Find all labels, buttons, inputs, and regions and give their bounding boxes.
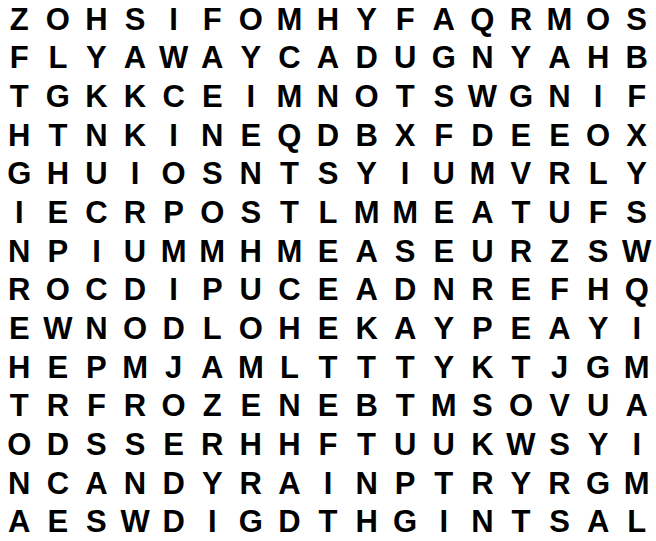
grid-cell-r7c7[interactable]: H [232,232,271,271]
grid-cell-r6c1[interactable]: I [0,193,39,232]
grid-cell-r8c15[interactable]: F [540,270,579,309]
grid-cell-r6c11[interactable]: M [386,193,425,232]
grid-cell-r7c13[interactable]: U [463,232,502,271]
grid-cell-r1c15[interactable]: M [540,0,579,39]
grid-cell-r12c3[interactable]: S [77,425,116,464]
grid-cell-r10c10[interactable]: T [347,348,386,387]
grid-cell-r10c6[interactable]: A [193,348,232,387]
grid-cell-r1c14[interactable]: R [502,0,541,39]
grid-cell-r1c17[interactable]: S [617,0,656,39]
grid-cell-r14c4[interactable]: W [116,502,155,541]
grid-cell-r12c4[interactable]: S [116,425,155,464]
grid-cell-r5c11[interactable]: I [386,155,425,194]
grid-cell-r8c7[interactable]: U [232,270,271,309]
grid-cell-r5c5[interactable]: O [154,155,193,194]
grid-cell-r9c15[interactable]: A [540,309,579,348]
grid-cell-r11c7[interactable]: E [232,386,271,425]
grid-cell-r12c1[interactable]: O [0,425,39,464]
grid-cell-r14c10[interactable]: H [347,502,386,541]
grid-cell-r10c14[interactable]: T [502,348,541,387]
grid-cell-r12c16[interactable]: Y [579,425,618,464]
grid-cell-r12c12[interactable]: U [424,425,463,464]
grid-cell-r2c15[interactable]: A [540,39,579,78]
grid-cell-r1c5[interactable]: I [154,0,193,39]
grid-cell-r2c12[interactable]: G [424,39,463,78]
grid-cell-r9c12[interactable]: Y [424,309,463,348]
grid-cell-r8c6[interactable]: P [193,270,232,309]
grid-cell-r2c11[interactable]: U [386,39,425,78]
grid-cell-r1c13[interactable]: Q [463,0,502,39]
grid-cell-r9c2[interactable]: W [39,309,78,348]
grid-cell-r10c1[interactable]: H [0,348,39,387]
grid-cell-r3c13[interactable]: W [463,77,502,116]
grid-cell-r4c14[interactable]: E [502,116,541,155]
grid-cell-r2c1[interactable]: F [0,39,39,78]
grid-cell-r2c8[interactable]: C [270,39,309,78]
grid-cell-r10c9[interactable]: T [309,348,348,387]
grid-cell-r3c5[interactable]: C [154,77,193,116]
grid-cell-r8c3[interactable]: C [77,270,116,309]
grid-cell-r11c1[interactable]: T [0,386,39,425]
grid-cell-r13c4[interactable]: N [116,464,155,503]
grid-cell-r8c13[interactable]: R [463,270,502,309]
grid-cell-r4c5[interactable]: I [154,116,193,155]
grid-cell-r3c3[interactable]: K [77,77,116,116]
grid-cell-r5c1[interactable]: G [0,155,39,194]
grid-cell-r8c2[interactable]: O [39,270,78,309]
grid-cell-r6c7[interactable]: S [232,193,271,232]
grid-cell-r7c6[interactable]: M [193,232,232,271]
grid-cell-r8c1[interactable]: R [0,270,39,309]
grid-cell-r4c13[interactable]: D [463,116,502,155]
grid-cell-r8c11[interactable]: D [386,270,425,309]
grid-cell-r8c9[interactable]: E [309,270,348,309]
grid-cell-r13c8[interactable]: A [270,464,309,503]
grid-cell-r2c2[interactable]: L [39,39,78,78]
grid-cell-r6c6[interactable]: O [193,193,232,232]
grid-cell-r3c11[interactable]: T [386,77,425,116]
grid-cell-r14c7[interactable]: G [232,502,271,541]
grid-cell-r13c5[interactable]: D [154,464,193,503]
grid-cell-r10c11[interactable]: T [386,348,425,387]
grid-cell-r11c6[interactable]: Z [193,386,232,425]
grid-cell-r12c10[interactable]: T [347,425,386,464]
grid-cell-r10c8[interactable]: L [270,348,309,387]
grid-cell-r9c6[interactable]: L [193,309,232,348]
grid-cell-r3c8[interactable]: M [270,77,309,116]
grid-cell-r11c14[interactable]: O [502,386,541,425]
grid-cell-r1c4[interactable]: S [116,0,155,39]
grid-cell-r8c17[interactable]: Q [617,270,656,309]
grid-cell-r13c1[interactable]: N [0,464,39,503]
grid-cell-r10c12[interactable]: Y [424,348,463,387]
grid-cell-r11c13[interactable]: S [463,386,502,425]
grid-cell-r3c7[interactable]: I [232,77,271,116]
grid-cell-r11c17[interactable]: A [617,386,656,425]
grid-cell-r2c10[interactable]: D [347,39,386,78]
grid-cell-r14c8[interactable]: D [270,502,309,541]
grid-cell-r14c11[interactable]: G [386,502,425,541]
grid-cell-r6c3[interactable]: C [77,193,116,232]
grid-cell-r13c7[interactable]: R [232,464,271,503]
grid-cell-r13c11[interactable]: P [386,464,425,503]
grid-cell-r6c12[interactable]: E [424,193,463,232]
grid-cell-r6c14[interactable]: T [502,193,541,232]
grid-cell-r12c15[interactable]: S [540,425,579,464]
grid-cell-r5c9[interactable]: S [309,155,348,194]
grid-cell-r10c5[interactable]: J [154,348,193,387]
grid-cell-r3c14[interactable]: G [502,77,541,116]
grid-cell-r7c15[interactable]: Z [540,232,579,271]
grid-cell-r1c11[interactable]: F [386,0,425,39]
grid-cell-r14c13[interactable]: N [463,502,502,541]
grid-cell-r12c13[interactable]: K [463,425,502,464]
grid-cell-r7c17[interactable]: W [617,232,656,271]
grid-cell-r2c7[interactable]: Y [232,39,271,78]
grid-cell-r1c3[interactable]: H [77,0,116,39]
grid-cell-r11c10[interactable]: B [347,386,386,425]
grid-cell-r4c8[interactable]: Q [270,116,309,155]
grid-cell-r13c3[interactable]: A [77,464,116,503]
grid-cell-r6c4[interactable]: R [116,193,155,232]
grid-cell-r7c5[interactable]: M [154,232,193,271]
grid-cell-r10c16[interactable]: G [579,348,618,387]
grid-cell-r14c17[interactable]: L [617,502,656,541]
grid-cell-r14c2[interactable]: E [39,502,78,541]
grid-cell-r11c16[interactable]: U [579,386,618,425]
grid-cell-r7c10[interactable]: A [347,232,386,271]
grid-cell-r4c7[interactable]: E [232,116,271,155]
grid-cell-r5c10[interactable]: Y [347,155,386,194]
grid-cell-r7c2[interactable]: P [39,232,78,271]
grid-cell-r5c17[interactable]: Y [617,155,656,194]
grid-cell-r3c6[interactable]: E [193,77,232,116]
grid-cell-r1c2[interactable]: O [39,0,78,39]
grid-cell-r7c12[interactable]: E [424,232,463,271]
grid-cell-r6c9[interactable]: L [309,193,348,232]
grid-cell-r13c15[interactable]: R [540,464,579,503]
grid-cell-r10c4[interactable]: M [116,348,155,387]
grid-cell-r4c10[interactable]: B [347,116,386,155]
grid-cell-r1c6[interactable]: F [193,0,232,39]
grid-cell-r14c9[interactable]: T [309,502,348,541]
grid-cell-r13c16[interactable]: G [579,464,618,503]
grid-cell-r2c17[interactable]: B [617,39,656,78]
grid-cell-r14c1[interactable]: A [0,502,39,541]
grid-cell-r6c5[interactable]: P [154,193,193,232]
grid-cell-r7c14[interactable]: R [502,232,541,271]
grid-cell-r1c16[interactable]: O [579,0,618,39]
grid-cell-r14c6[interactable]: I [193,502,232,541]
grid-cell-r9c8[interactable]: H [270,309,309,348]
grid-cell-r2c4[interactable]: A [116,39,155,78]
grid-cell-r12c11[interactable]: U [386,425,425,464]
grid-cell-r8c14[interactable]: E [502,270,541,309]
grid-cell-r12c17[interactable]: I [617,425,656,464]
grid-cell-r11c15[interactable]: V [540,386,579,425]
grid-cell-r4c2[interactable]: T [39,116,78,155]
grid-cell-r1c7[interactable]: O [232,0,271,39]
grid-cell-r2c5[interactable]: W [154,39,193,78]
grid-cell-r5c8[interactable]: T [270,155,309,194]
grid-cell-r2c6[interactable]: A [193,39,232,78]
grid-cell-r11c5[interactable]: O [154,386,193,425]
grid-cell-r14c15[interactable]: S [540,502,579,541]
grid-cell-r6c16[interactable]: F [579,193,618,232]
grid-cell-r3c15[interactable]: N [540,77,579,116]
grid-cell-r14c5[interactable]: D [154,502,193,541]
grid-cell-r8c8[interactable]: C [270,270,309,309]
grid-cell-r8c16[interactable]: H [579,270,618,309]
grid-cell-r13c10[interactable]: N [347,464,386,503]
grid-cell-r12c7[interactable]: H [232,425,271,464]
grid-cell-r3c4[interactable]: K [116,77,155,116]
grid-cell-r6c8[interactable]: T [270,193,309,232]
grid-cell-r13c9[interactable]: I [309,464,348,503]
grid-cell-r4c11[interactable]: X [386,116,425,155]
grid-cell-r11c8[interactable]: N [270,386,309,425]
grid-cell-r10c13[interactable]: K [463,348,502,387]
grid-cell-r7c4[interactable]: U [116,232,155,271]
grid-cell-r3c17[interactable]: F [617,77,656,116]
grid-cell-r9c3[interactable]: N [77,309,116,348]
grid-cell-r3c12[interactable]: S [424,77,463,116]
grid-cell-r5c4[interactable]: I [116,155,155,194]
grid-cell-r8c4[interactable]: D [116,270,155,309]
grid-cell-r4c1[interactable]: H [0,116,39,155]
grid-cell-r1c8[interactable]: M [270,0,309,39]
grid-cell-r13c2[interactable]: C [39,464,78,503]
grid-cell-r5c16[interactable]: L [579,155,618,194]
grid-cell-r8c10[interactable]: A [347,270,386,309]
grid-cell-r10c2[interactable]: E [39,348,78,387]
grid-cell-r12c5[interactable]: E [154,425,193,464]
grid-cell-r2c14[interactable]: Y [502,39,541,78]
grid-cell-r11c3[interactable]: F [77,386,116,425]
grid-cell-r7c16[interactable]: S [579,232,618,271]
grid-cell-r5c6[interactable]: S [193,155,232,194]
grid-cell-r5c2[interactable]: H [39,155,78,194]
grid-cell-r7c8[interactable]: M [270,232,309,271]
grid-cell-r12c8[interactable]: H [270,425,309,464]
grid-cell-r2c3[interactable]: Y [77,39,116,78]
grid-cell-r12c9[interactable]: F [309,425,348,464]
grid-cell-r9c16[interactable]: Y [579,309,618,348]
grid-cell-r9c13[interactable]: P [463,309,502,348]
grid-cell-r3c10[interactable]: O [347,77,386,116]
grid-cell-r3c2[interactable]: G [39,77,78,116]
grid-cell-r1c10[interactable]: Y [347,0,386,39]
grid-cell-r6c17[interactable]: S [617,193,656,232]
grid-cell-r10c17[interactable]: M [617,348,656,387]
grid-cell-r9c14[interactable]: E [502,309,541,348]
grid-cell-r1c1[interactable]: Z [0,0,39,39]
grid-cell-r5c13[interactable]: M [463,155,502,194]
grid-cell-r9c7[interactable]: O [232,309,271,348]
grid-cell-r11c4[interactable]: R [116,386,155,425]
grid-cell-r4c4[interactable]: K [116,116,155,155]
grid-cell-r1c9[interactable]: H [309,0,348,39]
grid-cell-r4c16[interactable]: O [579,116,618,155]
grid-cell-r3c9[interactable]: N [309,77,348,116]
grid-cell-r13c6[interactable]: Y [193,464,232,503]
grid-cell-r8c12[interactable]: N [424,270,463,309]
grid-cell-r4c15[interactable]: E [540,116,579,155]
grid-cell-r7c3[interactable]: I [77,232,116,271]
grid-cell-r12c14[interactable]: W [502,425,541,464]
grid-cell-r2c9[interactable]: A [309,39,348,78]
grid-cell-r9c11[interactable]: A [386,309,425,348]
grid-cell-r7c1[interactable]: N [0,232,39,271]
grid-cell-r14c16[interactable]: A [579,502,618,541]
grid-cell-r13c12[interactable]: T [424,464,463,503]
grid-cell-r4c12[interactable]: F [424,116,463,155]
grid-cell-r11c12[interactable]: M [424,386,463,425]
grid-cell-r3c16[interactable]: I [579,77,618,116]
grid-cell-r5c15[interactable]: R [540,155,579,194]
grid-cell-r12c6[interactable]: R [193,425,232,464]
grid-cell-r6c13[interactable]: A [463,193,502,232]
grid-cell-r2c16[interactable]: H [579,39,618,78]
grid-cell-r10c15[interactable]: J [540,348,579,387]
grid-cell-r4c3[interactable]: N [77,116,116,155]
grid-cell-r9c9[interactable]: E [309,309,348,348]
grid-cell-r9c1[interactable]: E [0,309,39,348]
grid-cell-r11c2[interactable]: R [39,386,78,425]
grid-cell-r9c10[interactable]: K [347,309,386,348]
grid-cell-r9c17[interactable]: I [617,309,656,348]
grid-cell-r4c6[interactable]: N [193,116,232,155]
grid-cell-r7c11[interactable]: S [386,232,425,271]
grid-cell-r13c14[interactable]: Y [502,464,541,503]
grid-cell-r7c9[interactable]: E [309,232,348,271]
grid-cell-r14c14[interactable]: T [502,502,541,541]
grid-cell-r6c15[interactable]: U [540,193,579,232]
grid-cell-r11c11[interactable]: T [386,386,425,425]
grid-cell-r13c17[interactable]: M [617,464,656,503]
grid-cell-r4c9[interactable]: D [309,116,348,155]
grid-cell-r4c17[interactable]: X [617,116,656,155]
grid-cell-r10c7[interactable]: M [232,348,271,387]
grid-cell-r6c2[interactable]: E [39,193,78,232]
grid-cell-r9c5[interactable]: D [154,309,193,348]
word-search-grid: ZOHSIFOMHYFAQRMOSFLYAWAYCADUGNYAHBTGKKCE… [0,0,656,541]
grid-cell-r12c2[interactable]: D [39,425,78,464]
grid-cell-r6c10[interactable]: M [347,193,386,232]
grid-cell-r14c12[interactable]: I [424,502,463,541]
grid-cell-r14c3[interactable]: S [77,502,116,541]
grid-cell-r8c5[interactable]: I [154,270,193,309]
grid-cell-r5c3[interactable]: U [77,155,116,194]
grid-cell-r5c14[interactable]: V [502,155,541,194]
grid-cell-r3c1[interactable]: T [0,77,39,116]
grid-cell-r5c12[interactable]: U [424,155,463,194]
grid-cell-r5c7[interactable]: N [232,155,271,194]
grid-cell-r1c12[interactable]: A [424,0,463,39]
grid-cell-r11c9[interactable]: E [309,386,348,425]
grid-cell-r10c3[interactable]: P [77,348,116,387]
grid-cell-r2c13[interactable]: N [463,39,502,78]
grid-cell-r13c13[interactable]: R [463,464,502,503]
grid-cell-r9c4[interactable]: O [116,309,155,348]
